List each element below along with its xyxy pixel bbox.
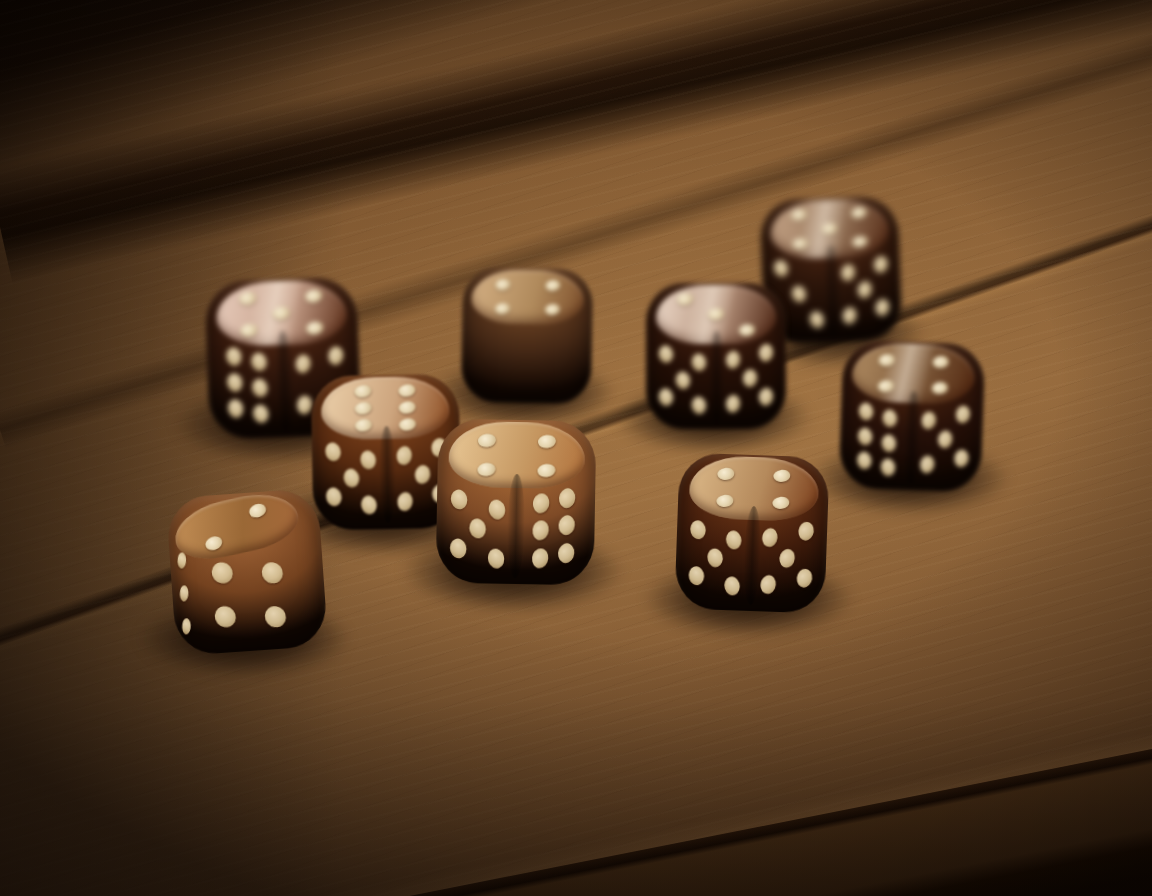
pip — [716, 467, 734, 481]
pip — [261, 561, 282, 584]
die-left-face — [842, 386, 913, 492]
pip — [225, 370, 245, 395]
die-top-face — [471, 269, 584, 325]
pip — [918, 453, 936, 475]
pip — [797, 519, 816, 543]
dice-group — [0, 0, 1152, 896]
pip — [772, 496, 790, 510]
die-2[interactable] — [461, 267, 593, 404]
pip — [880, 406, 899, 430]
pip — [177, 551, 188, 570]
pip — [341, 466, 361, 490]
pip — [495, 279, 511, 291]
pip — [856, 279, 874, 301]
pip — [251, 402, 271, 427]
die-left-face — [314, 424, 387, 531]
pip — [936, 428, 954, 450]
pip — [212, 561, 233, 584]
die-right-face — [716, 327, 783, 429]
pip — [544, 280, 560, 292]
pip — [656, 386, 675, 409]
pip — [324, 485, 344, 509]
pip — [808, 309, 826, 331]
pip — [226, 396, 246, 421]
die-5[interactable] — [838, 340, 985, 493]
pip — [477, 461, 497, 476]
pip — [656, 343, 675, 366]
pip — [477, 433, 497, 448]
die-left-face — [649, 329, 716, 432]
die-right-face — [830, 239, 899, 341]
pip — [531, 490, 551, 515]
pip — [224, 344, 244, 369]
die-front-face — [189, 545, 309, 644]
pip — [355, 418, 374, 433]
die-left-face — [439, 470, 516, 587]
pip — [790, 284, 808, 306]
pip — [248, 501, 269, 519]
pip — [771, 258, 789, 280]
pip — [690, 394, 709, 417]
pip — [722, 573, 742, 598]
pip — [839, 262, 857, 284]
pip — [741, 367, 759, 389]
pip — [757, 385, 775, 407]
pip — [485, 545, 506, 571]
die-left-face — [209, 331, 286, 440]
pip — [354, 384, 373, 399]
pip — [855, 448, 874, 472]
pip — [872, 254, 890, 276]
pip — [773, 469, 791, 483]
pip — [878, 455, 897, 479]
pip — [537, 463, 557, 478]
pip — [359, 447, 379, 471]
pip — [688, 517, 708, 542]
pip — [954, 403, 972, 425]
pip — [264, 605, 285, 628]
pip — [537, 434, 557, 449]
pip — [326, 343, 346, 368]
die-9[interactable] — [674, 452, 829, 613]
pip — [530, 545, 550, 570]
pip — [556, 540, 576, 565]
pip — [715, 494, 733, 508]
pip — [354, 401, 373, 416]
pip — [760, 526, 779, 550]
die-right-face — [749, 504, 825, 610]
pip — [359, 493, 379, 517]
pip — [394, 444, 413, 468]
pip — [953, 447, 971, 469]
pip — [215, 605, 236, 628]
die-left-face — [678, 501, 753, 613]
die-right-face — [515, 471, 593, 584]
pip — [840, 305, 858, 327]
pip — [857, 400, 876, 424]
die-8[interactable] — [166, 488, 329, 656]
pip — [795, 566, 814, 590]
pip — [724, 348, 742, 370]
pip — [724, 527, 744, 552]
pip — [673, 369, 692, 392]
pip — [412, 463, 431, 487]
pip — [495, 303, 511, 315]
pip — [556, 512, 576, 537]
pip — [179, 584, 190, 603]
pip — [686, 563, 706, 588]
pip — [920, 409, 938, 431]
pip — [449, 486, 470, 512]
pip — [856, 424, 875, 448]
pip — [249, 350, 269, 375]
pip — [778, 546, 797, 570]
die-7[interactable] — [436, 418, 597, 585]
pip — [397, 400, 416, 415]
pip — [705, 545, 725, 570]
die-right-face — [909, 389, 981, 490]
pip — [397, 383, 416, 398]
pip — [323, 439, 343, 463]
pip — [879, 431, 898, 455]
pip — [250, 376, 270, 401]
pip — [557, 485, 577, 510]
pip — [448, 535, 469, 561]
pip — [531, 517, 551, 542]
die-3[interactable] — [646, 283, 786, 429]
pip — [759, 572, 778, 596]
pip — [395, 490, 414, 514]
scene-photo — [0, 0, 1152, 896]
pip — [467, 515, 488, 541]
pip — [873, 297, 891, 319]
pip — [294, 351, 314, 376]
pip — [690, 351, 709, 374]
pip — [181, 617, 192, 636]
pip — [757, 341, 775, 363]
pip — [724, 392, 742, 414]
pip — [486, 496, 507, 522]
pip — [544, 304, 560, 316]
